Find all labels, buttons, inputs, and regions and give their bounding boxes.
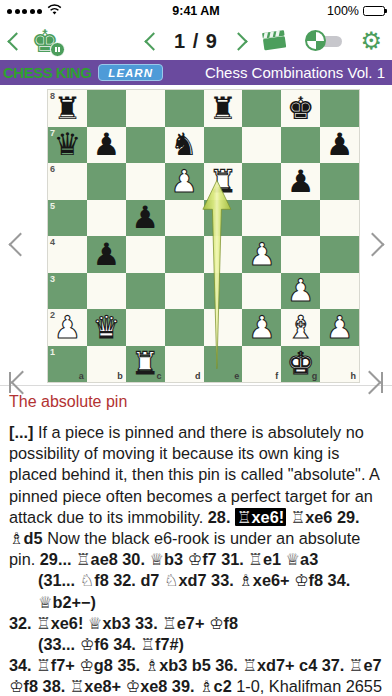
- square-c8[interactable]: [126, 90, 165, 127]
- article-paragraph: 32. ♖xe6! ♕xb3 33. ♖e7+ ♔f8: [9, 613, 383, 634]
- square-e8[interactable]: ♜: [204, 90, 243, 127]
- file-label: f: [275, 371, 278, 381]
- square-d8[interactable]: [165, 90, 204, 127]
- square-h7[interactable]: ♟: [320, 127, 359, 164]
- square-c4[interactable]: [126, 236, 165, 273]
- square-g7[interactable]: [281, 127, 320, 164]
- square-f6[interactable]: [242, 163, 281, 200]
- square-d4[interactable]: [165, 236, 204, 273]
- white-rook-e6: ♜: [209, 166, 237, 197]
- square-a1[interactable]: 1a: [48, 346, 87, 383]
- black-pawn-c5: ♟: [131, 202, 159, 233]
- black-knight-d7: ♞: [170, 129, 198, 160]
- file-label: a: [79, 371, 84, 381]
- nav-bar: ♚ 1 / 9: [0, 22, 392, 60]
- square-d5[interactable]: [165, 200, 204, 237]
- square-e2[interactable]: [204, 309, 243, 346]
- square-h8[interactable]: [320, 90, 359, 127]
- rank-label: 4: [50, 237, 55, 247]
- move-text: 29... ♖ae8 30. ♕b3 ♔f7 31. ♖e1 ♕a3: [40, 550, 318, 568]
- prev-page-icon[interactable]: [144, 32, 162, 50]
- chess-board[interactable]: 8♜♜♚7♛♟♞♟6♟♜♟5♟4♟♟3♟2♟♛♟♝♟1abc♜defg♚h: [47, 89, 360, 383]
- white-queen-b2: ♛: [92, 312, 120, 343]
- next-move-icon: [360, 232, 384, 256]
- white-pawn-f4: ♟: [248, 239, 276, 270]
- square-e1[interactable]: e: [204, 346, 243, 383]
- square-h5[interactable]: [320, 200, 359, 237]
- square-h4[interactable]: [320, 236, 359, 273]
- prev-move-button[interactable]: [7, 231, 33, 257]
- rank-label: 6: [50, 164, 55, 174]
- square-h3[interactable]: [320, 273, 359, 310]
- file-label: h: [351, 371, 357, 381]
- square-f7[interactable]: [242, 127, 281, 164]
- black-rook-e8: ♜: [209, 93, 237, 124]
- white-pawn-f2: ♟: [248, 312, 276, 343]
- square-a8[interactable]: 8♜: [48, 90, 87, 127]
- square-c1[interactable]: c♜: [126, 346, 165, 383]
- square-g2[interactable]: ♝: [281, 309, 320, 346]
- black-king-g8: ♚: [287, 93, 315, 124]
- white-pawn-d6: ♟: [170, 166, 198, 197]
- article-paragraph: 34. ♖f7+ ♔g8 35. ♗xb3 b5 36. ♖xd7+ c4 37…: [9, 655, 383, 696]
- square-g5[interactable]: [281, 200, 320, 237]
- square-f2[interactable]: ♟: [242, 309, 281, 346]
- square-e6[interactable]: ♜: [204, 163, 243, 200]
- brand-name: CHESS KING: [3, 64, 91, 81]
- black-pawn-g6: ♟: [287, 166, 315, 197]
- board-style-toggle[interactable]: [305, 30, 343, 52]
- page-indicator: 1 / 9: [174, 30, 218, 53]
- square-f4[interactable]: ♟: [242, 236, 281, 273]
- square-f1[interactable]: f: [242, 346, 281, 383]
- next-page-icon[interactable]: [229, 32, 247, 50]
- square-c5[interactable]: ♟: [126, 200, 165, 237]
- square-b1[interactable]: b: [87, 346, 126, 383]
- square-b4[interactable]: ♟: [87, 236, 126, 273]
- variation-line: (31... ♘f8 32. d7 ♘xd7 33. ♗xe6+ ♔f8 34.…: [9, 570, 383, 612]
- square-h2[interactable]: ♟: [320, 309, 359, 346]
- app-screen: 9:41 AM 100% ♚ 1 / 9: [0, 0, 392, 696]
- square-e7[interactable]: [204, 127, 243, 164]
- square-g3[interactable]: ♟: [281, 273, 320, 310]
- next-move-button[interactable]: [359, 231, 385, 257]
- back-chevron-icon: [7, 32, 25, 50]
- square-f5[interactable]: [242, 200, 281, 237]
- file-label: e: [234, 371, 239, 381]
- white-rook-c1: ♜: [131, 348, 159, 379]
- square-b8[interactable]: [87, 90, 126, 127]
- square-f8[interactable]: [242, 90, 281, 127]
- square-b6[interactable]: [87, 163, 126, 200]
- square-d2[interactable]: [165, 309, 204, 346]
- signal-dots-icon: [7, 9, 42, 14]
- square-e4[interactable]: [204, 236, 243, 273]
- square-b7[interactable]: ♟: [87, 127, 126, 164]
- course-title: Chess Combinations Vol. 1: [205, 64, 385, 81]
- square-c7[interactable]: [126, 127, 165, 164]
- back-button[interactable]: ♚: [10, 26, 59, 56]
- square-f3[interactable]: [242, 273, 281, 310]
- battery-icon: [363, 6, 385, 17]
- square-a7[interactable]: 7♛: [48, 127, 87, 164]
- lesson-body: [...] If a piece is pinned and there is …: [9, 422, 383, 696]
- board-zone: 8♜♜♚7♛♟♞♟6♟♜♟5♟4♟♟3♟2♟♛♟♝♟1abc♜defg♚h: [0, 89, 392, 381]
- square-g6[interactable]: ♟: [281, 163, 320, 200]
- black-pawn-b4: ♟: [92, 239, 120, 270]
- square-c6[interactable]: [126, 163, 165, 200]
- black-pawn-b7: ♟: [92, 129, 120, 160]
- square-b5[interactable]: [87, 200, 126, 237]
- white-pawn-a2: ♟: [54, 312, 82, 343]
- square-a3[interactable]: 3: [48, 273, 87, 310]
- rank-label: 5: [50, 201, 55, 211]
- file-label: d: [195, 371, 201, 381]
- square-g8[interactable]: ♚: [281, 90, 320, 127]
- wifi-icon: [47, 4, 62, 18]
- square-b3[interactable]: [87, 273, 126, 310]
- learn-badge[interactable]: LEARN: [98, 64, 163, 81]
- square-a4[interactable]: 4: [48, 236, 87, 273]
- lesson-title: The absolute pin: [9, 393, 383, 411]
- white-pawn-g3: ♟: [287, 275, 315, 306]
- file-label: b: [117, 371, 123, 381]
- black-pawn-h7: ♟: [326, 129, 354, 160]
- move-text: [...]: [9, 423, 33, 441]
- lesson-text: The absolute pin [...] If a piece is pin…: [0, 385, 392, 696]
- variation-line: (33... ♔f6 34. ♖f7#): [9, 634, 383, 655]
- square-e3[interactable]: [204, 273, 243, 310]
- first-move-button[interactable]: [7, 369, 33, 395]
- page-navigator: 1 / 9: [147, 30, 245, 53]
- square-g1[interactable]: g♚: [281, 346, 320, 383]
- black-rook-a8: ♜: [54, 93, 82, 124]
- move-text: 32. ♖xe6! ♕xb3 33. ♖e7+ ♔f8: [9, 614, 238, 632]
- square-a2[interactable]: 2♟: [48, 309, 87, 346]
- status-bar: 9:41 AM 100%: [0, 0, 392, 22]
- square-d3[interactable]: [165, 273, 204, 310]
- square-a5[interactable]: 5: [48, 200, 87, 237]
- square-d1[interactable]: d: [165, 346, 204, 383]
- black-queen-a7: ♛: [54, 129, 82, 160]
- app-logo-king-icon[interactable]: ♚: [31, 26, 59, 56]
- white-bishop-g2: ♝: [287, 312, 315, 343]
- rank-label: 1: [50, 347, 55, 357]
- animation-clapper-icon[interactable]: [261, 27, 288, 56]
- article-paragraph: [...] If a piece is pinned and there is …: [9, 422, 383, 570]
- clock: 9:41 AM: [172, 4, 219, 18]
- current-move-highlight[interactable]: ♖xe6!: [235, 508, 286, 526]
- square-d6[interactable]: ♟: [165, 163, 204, 200]
- square-e5[interactable]: [204, 200, 243, 237]
- white-pawn-h2: ♟: [326, 312, 354, 343]
- white-king-g1: ♚: [287, 348, 315, 379]
- checkerboard-toggle-icon: [305, 30, 326, 51]
- prev-move-icon: [8, 232, 32, 256]
- pause-badge-icon: [50, 42, 65, 57]
- skip-start-icon: [9, 372, 31, 393]
- skip-end-icon: [361, 372, 383, 393]
- square-d7[interactable]: ♞: [165, 127, 204, 164]
- square-a6[interactable]: 6: [48, 163, 87, 200]
- square-b2[interactable]: ♛: [87, 309, 126, 346]
- square-h1[interactable]: h: [320, 346, 359, 383]
- square-g4[interactable]: [281, 236, 320, 273]
- move-text: 28.: [208, 508, 235, 526]
- brand-bar: CHESS KING LEARN Chess Combinations Vol.…: [0, 60, 392, 85]
- settings-gear-icon[interactable]: ⚙: [360, 29, 382, 53]
- rank-label: 3: [50, 274, 55, 284]
- last-move-button[interactable]: [359, 369, 385, 395]
- square-c3[interactable]: [126, 273, 165, 310]
- square-h6[interactable]: [320, 163, 359, 200]
- square-c2[interactable]: [126, 309, 165, 346]
- battery-percent: 100%: [327, 4, 359, 18]
